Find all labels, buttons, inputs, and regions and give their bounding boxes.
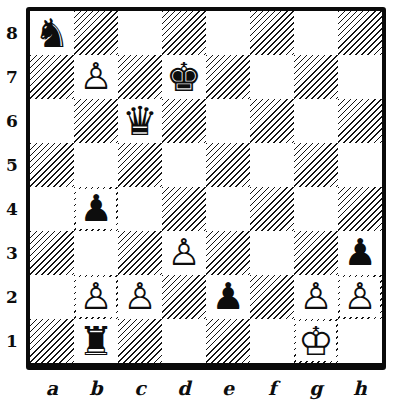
square-e3[interactable]: [206, 231, 250, 275]
rank-labels: 87654321: [0, 11, 24, 363]
piece-white-pawn-d3[interactable]: ♙: [162, 231, 206, 275]
square-d4[interactable]: [162, 187, 206, 231]
square-g8[interactable]: [294, 11, 338, 55]
square-e6[interactable]: [206, 99, 250, 143]
file-label-h: h: [338, 373, 382, 403]
file-label-d: d: [162, 373, 206, 403]
square-g6[interactable]: [294, 99, 338, 143]
square-g2[interactable]: ♙: [294, 275, 338, 319]
file-label-a: a: [30, 373, 74, 403]
square-b1[interactable]: ♜: [74, 319, 118, 363]
piece-white-pawn-g2[interactable]: ♙: [294, 275, 338, 319]
square-c1[interactable]: [118, 319, 162, 363]
piece-black-rook-b1[interactable]: ♜: [74, 319, 118, 363]
square-f5[interactable]: [250, 143, 294, 187]
square-h7[interactable]: [338, 55, 382, 99]
piece-white-pawn-h2[interactable]: ♙: [338, 275, 382, 319]
square-d1[interactable]: [162, 319, 206, 363]
rank-label-4: 4: [0, 187, 24, 231]
rank-label-2: 2: [0, 275, 24, 319]
square-a7[interactable]: [30, 55, 74, 99]
square-g5[interactable]: [294, 143, 338, 187]
square-c6[interactable]: ♛: [118, 99, 162, 143]
square-c8[interactable]: [118, 11, 162, 55]
file-label-c: c: [118, 373, 162, 403]
square-e2[interactable]: ♟: [206, 275, 250, 319]
square-h8[interactable]: [338, 11, 382, 55]
square-b2[interactable]: ♙: [74, 275, 118, 319]
square-e7[interactable]: [206, 55, 250, 99]
square-f6[interactable]: [250, 99, 294, 143]
chessboard[interactable]: ♞♙♚♛♟♙♟♙♙♟♙♙♜♔: [26, 7, 386, 370]
square-g4[interactable]: [294, 187, 338, 231]
square-g1[interactable]: ♔: [294, 319, 338, 363]
square-h1[interactable]: [338, 319, 382, 363]
file-label-b: b: [74, 373, 118, 403]
piece-black-pawn-e2[interactable]: ♟: [206, 275, 250, 319]
square-f8[interactable]: [250, 11, 294, 55]
square-d6[interactable]: [162, 99, 206, 143]
square-f4[interactable]: [250, 187, 294, 231]
square-f2[interactable]: [250, 275, 294, 319]
square-e4[interactable]: [206, 187, 250, 231]
square-a2[interactable]: [30, 275, 74, 319]
piece-white-king-g1[interactable]: ♔: [294, 319, 338, 363]
square-a1[interactable]: [30, 319, 74, 363]
square-d3[interactable]: ♙: [162, 231, 206, 275]
square-h5[interactable]: [338, 143, 382, 187]
piece-black-pawn-b4[interactable]: ♟: [74, 187, 118, 231]
file-labels: abcdefgh: [30, 373, 382, 403]
rank-label-1: 1: [0, 319, 24, 363]
square-b3[interactable]: [74, 231, 118, 275]
square-c3[interactable]: [118, 231, 162, 275]
file-label-f: f: [250, 373, 294, 403]
chess-diagram: 87654321 ♞♙♚♛♟♙♟♙♙♟♙♙♜♔ abcdefgh: [0, 0, 401, 406]
square-a4[interactable]: [30, 187, 74, 231]
square-d7[interactable]: ♚: [162, 55, 206, 99]
square-e8[interactable]: [206, 11, 250, 55]
square-a5[interactable]: [30, 143, 74, 187]
square-f7[interactable]: [250, 55, 294, 99]
rank-label-3: 3: [0, 231, 24, 275]
piece-black-knight-a8[interactable]: ♞: [30, 11, 74, 55]
square-h2[interactable]: ♙: [338, 275, 382, 319]
square-d8[interactable]: [162, 11, 206, 55]
square-a8[interactable]: ♞: [30, 11, 74, 55]
piece-white-pawn-b7[interactable]: ♙: [74, 55, 118, 99]
square-e5[interactable]: [206, 143, 250, 187]
square-c2[interactable]: ♙: [118, 275, 162, 319]
rank-label-5: 5: [0, 143, 24, 187]
square-d2[interactable]: [162, 275, 206, 319]
square-c4[interactable]: [118, 187, 162, 231]
square-b6[interactable]: [74, 99, 118, 143]
piece-black-queen-c6[interactable]: ♛: [118, 99, 162, 143]
square-b8[interactable]: [74, 11, 118, 55]
piece-black-king-d7[interactable]: ♚: [162, 55, 206, 99]
square-c7[interactable]: [118, 55, 162, 99]
square-h6[interactable]: [338, 99, 382, 143]
square-d5[interactable]: [162, 143, 206, 187]
square-b7[interactable]: ♙: [74, 55, 118, 99]
square-f1[interactable]: [250, 319, 294, 363]
square-b4[interactable]: ♟: [74, 187, 118, 231]
square-a3[interactable]: [30, 231, 74, 275]
square-c5[interactable]: [118, 143, 162, 187]
file-label-e: e: [206, 373, 250, 403]
square-a6[interactable]: [30, 99, 74, 143]
piece-white-pawn-b2[interactable]: ♙: [74, 275, 118, 319]
square-g7[interactable]: [294, 55, 338, 99]
rank-label-8: 8: [0, 11, 24, 55]
piece-black-pawn-h3[interactable]: ♟: [338, 231, 382, 275]
rank-label-7: 7: [0, 55, 24, 99]
file-label-g: g: [294, 373, 338, 403]
square-b5[interactable]: [74, 143, 118, 187]
piece-white-pawn-c2[interactable]: ♙: [118, 275, 162, 319]
square-f3[interactable]: [250, 231, 294, 275]
square-g3[interactable]: [294, 231, 338, 275]
square-e1[interactable]: [206, 319, 250, 363]
rank-label-6: 6: [0, 99, 24, 143]
square-h3[interactable]: ♟: [338, 231, 382, 275]
square-h4[interactable]: [338, 187, 382, 231]
